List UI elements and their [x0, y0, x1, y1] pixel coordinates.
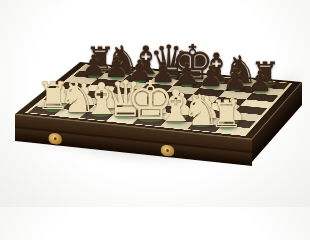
piece-black-pawn: ♟ — [246, 68, 274, 96]
chess-set-photo: ♜♞♝♛♚♝♞♜♟♟♟♟♟♟♟♟♟♟♟♟♟♟♟♟♜♞♝♛♚♝♞♜ — [0, 0, 310, 207]
piece-white-rook: ♜ — [208, 96, 246, 134]
pieces-layer: ♜♞♝♛♚♝♞♜♟♟♟♟♟♟♟♟♟♟♟♟♟♟♟♟♜♞♝♛♚♝♞♜ — [0, 0, 310, 207]
